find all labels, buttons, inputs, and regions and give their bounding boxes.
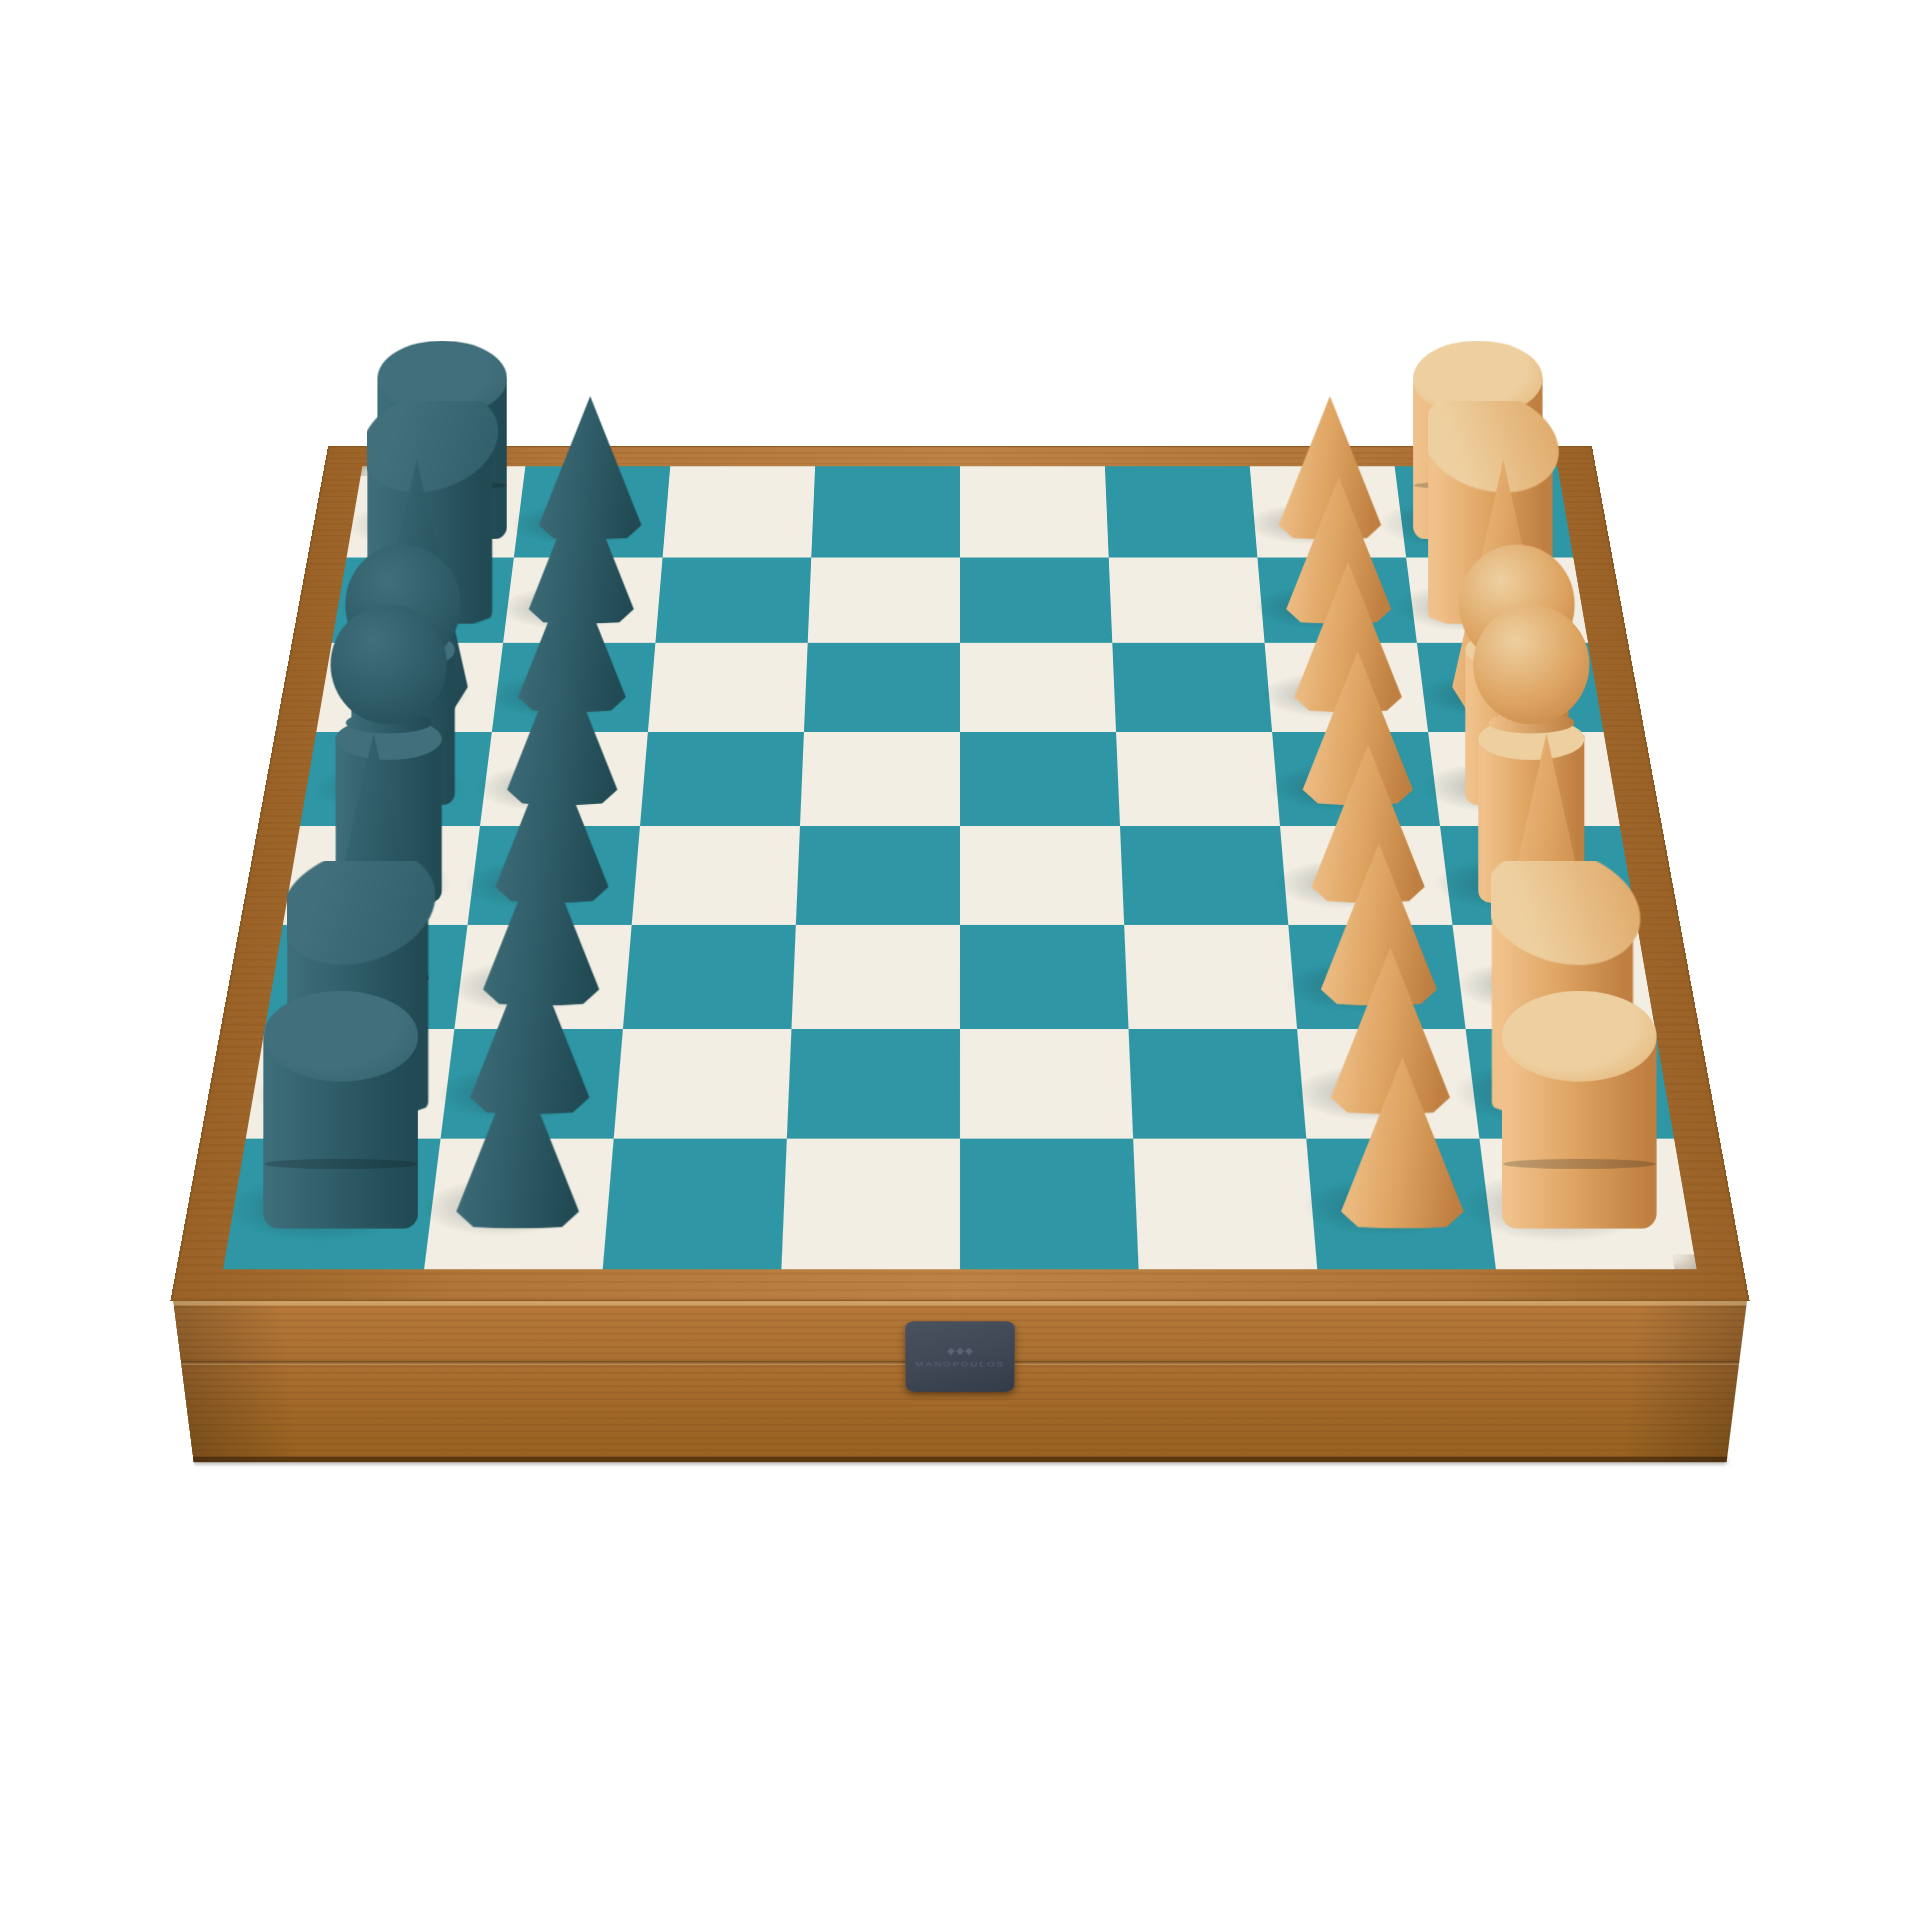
square-5-4[interactable] [960, 925, 1129, 1029]
square-0-5[interactable] [1105, 476, 1257, 557]
square-0-2[interactable] [663, 476, 815, 557]
square-4-3[interactable] [796, 826, 960, 925]
square-1-5[interactable] [1109, 558, 1265, 643]
field-corner [1540, 466, 1560, 476]
field-corner [223, 1255, 248, 1270]
rook-seam [265, 1158, 417, 1169]
square-0-6[interactable] [1251, 476, 1407, 557]
chess-case: ♦♦♦ MANOPOULOS [173, 447, 1747, 1300]
square-6-4[interactable] [960, 1029, 1133, 1139]
field-margin-near [245, 1255, 1674, 1270]
case-lid-edge [173, 1300, 1747, 1306]
square-3-2[interactable] [640, 732, 804, 826]
king-ball [1473, 605, 1589, 724]
square-5-2[interactable] [623, 925, 796, 1029]
square-3-4[interactable] [960, 732, 1120, 826]
square-3-5[interactable] [1116, 732, 1280, 826]
page: { "page": {"background": "#ffffff", "des… [0, 0, 1920, 1920]
field-margin-far [379, 466, 1541, 476]
square-1-4[interactable] [960, 558, 1112, 643]
piece-teal-rook[interactable] [263, 991, 418, 1229]
square-7-3[interactable] [782, 1139, 960, 1255]
square-0-7[interactable] [1396, 476, 1555, 557]
product-photo-scene: ♦♦♦ MANOPOULOS [0, 0, 1920, 1920]
square-2-2[interactable] [648, 643, 808, 732]
square-6-2[interactable] [614, 1029, 792, 1139]
clasp-brand-label: MANOPOULOS [915, 1360, 1005, 1368]
rook-top [263, 991, 418, 1081]
square-5-3[interactable] [791, 925, 960, 1029]
rook-seam [1503, 1158, 1655, 1169]
square-2-4[interactable] [960, 643, 1116, 732]
square-1-3[interactable] [808, 558, 960, 643]
square-4-4[interactable] [960, 826, 1124, 925]
square-6-3[interactable] [787, 1029, 960, 1139]
square-3-3[interactable] [800, 732, 960, 826]
square-0-4[interactable] [960, 476, 1109, 557]
square-1-2[interactable] [655, 558, 811, 643]
square-0-0[interactable] [365, 476, 524, 557]
board-surface [173, 447, 1747, 1300]
square-7-2[interactable] [604, 1139, 787, 1255]
square-0-1[interactable] [514, 476, 670, 557]
case-front-face: ♦♦♦ MANOPOULOS [173, 1300, 1747, 1463]
square-2-5[interactable] [1112, 643, 1272, 732]
crown-logo-icon: ♦♦♦ [946, 1345, 973, 1356]
rook-top [1502, 991, 1657, 1081]
king-ball [331, 605, 447, 724]
square-2-1[interactable] [492, 643, 656, 732]
square-1-6[interactable] [1257, 558, 1416, 643]
square-2-3[interactable] [804, 643, 960, 732]
square-2-6[interactable] [1265, 643, 1429, 732]
square-1-1[interactable] [503, 558, 662, 643]
piece-wood-rook[interactable] [1502, 991, 1657, 1229]
square-0-3[interactable] [811, 476, 960, 557]
case-bottom-edge [193, 1457, 1728, 1463]
case-clasp[interactable]: ♦♦♦ MANOPOULOS [905, 1321, 1015, 1391]
square-4-2[interactable] [632, 826, 800, 925]
square-7-4[interactable] [960, 1139, 1138, 1255]
